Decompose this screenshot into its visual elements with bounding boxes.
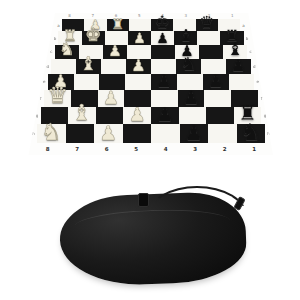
rank-label: 5 (128, 14, 151, 18)
bag-buckle (138, 193, 149, 207)
square: ♜ (220, 31, 243, 44)
square (79, 45, 103, 59)
black-pawn-piece: ♟ (180, 44, 193, 59)
square (204, 90, 231, 107)
black-pawn-piece: ♟ (231, 58, 245, 74)
rank-label: 8 (58, 14, 81, 18)
file-label-left: d (44, 59, 51, 74)
bag-strap (147, 186, 247, 216)
rank-label: 3 (181, 145, 211, 154)
black-pawn-piece: ♟ (208, 73, 223, 90)
rank-label: 5 (122, 145, 152, 154)
black-rook-piece: ♜ (238, 103, 257, 124)
square: ♟ (84, 19, 106, 31)
rank-label: 7 (63, 145, 93, 154)
square (151, 59, 176, 74)
file-label-left: g (34, 107, 41, 125)
square: ♚ (151, 19, 173, 31)
square: ♛ (196, 19, 218, 31)
square (201, 59, 226, 74)
square (101, 59, 126, 74)
file-label-right: d (251, 59, 258, 74)
square (206, 107, 234, 125)
black-knight-piece: ♞ (180, 55, 197, 74)
square: ♜ (234, 107, 262, 125)
white-pawn-piece: ♟ (129, 105, 146, 124)
file-label-left: h (30, 124, 37, 143)
black-bishop-piece: ♝ (227, 41, 243, 58)
square: ♟ (98, 90, 125, 107)
black-rook-piece: ♜ (225, 29, 239, 44)
board-row: c♞♟♟♝c (48, 45, 254, 59)
square (208, 124, 237, 143)
square (66, 124, 95, 143)
rank-label: 3 (174, 14, 197, 18)
rank-label: 6 (92, 145, 122, 154)
square (127, 45, 151, 59)
square (151, 45, 175, 59)
square (229, 74, 255, 90)
square (129, 19, 151, 31)
square: ♞ (55, 45, 79, 59)
square (218, 19, 240, 31)
square: ♟ (94, 124, 123, 143)
square: ♞ (176, 59, 201, 74)
rank-labels-bottom: 87654321 (33, 145, 269, 154)
square: ♟ (151, 31, 174, 44)
rank-label: 7 (81, 14, 104, 18)
black-pawn-piece: ♟ (156, 31, 169, 45)
rank-label: 6 (105, 14, 128, 18)
black-bishop-piece: ♝ (178, 28, 193, 44)
square: ♟ (128, 31, 151, 44)
white-rook-piece: ♜ (111, 17, 124, 31)
black-pawn-piece: ♟ (185, 123, 203, 143)
white-rook-piece: ♜ (63, 29, 77, 44)
square (41, 107, 69, 125)
square: ♟ (126, 59, 151, 74)
square (151, 124, 180, 143)
white-pawn-piece: ♟ (131, 58, 145, 74)
white-pawn-piece: ♟ (108, 44, 121, 59)
file-label-left: b (51, 31, 58, 44)
rank-label: 1 (221, 14, 244, 18)
square (99, 74, 125, 90)
white-knight-piece: ♞ (59, 41, 75, 58)
black-pawn-piece: ♟ (183, 89, 199, 107)
square (231, 90, 258, 107)
square (105, 31, 128, 44)
square (71, 90, 98, 107)
file-label-right: h (265, 124, 272, 143)
board-row: g♝♟♟♜g (34, 107, 269, 125)
rank-label: 1 (240, 145, 270, 154)
square: ♞ (237, 124, 266, 143)
rank-label: 2 (210, 145, 240, 154)
white-pawn-piece: ♟ (103, 89, 119, 107)
file-label-right: g (261, 107, 268, 125)
white-pawn-piece: ♟ (90, 18, 102, 31)
square: ♟ (48, 74, 74, 90)
board-row: e♟♟♟e (41, 74, 262, 90)
file-label-left: a (55, 19, 62, 31)
file-label-right: c (247, 45, 254, 59)
square (62, 19, 84, 31)
file-label-right: e (254, 74, 261, 90)
square: ♜ (107, 19, 129, 31)
square: ♜ (58, 31, 81, 44)
white-pawn-piece: ♟ (99, 123, 117, 143)
file-label-right: a (240, 19, 247, 31)
rank-label: 8 (33, 145, 63, 154)
board-row: b♜♚♟♟♝♜b (51, 31, 250, 44)
board-squares: a♟♜♚♛ab♜♚♟♟♝♜bc♞♟♟♝cd♝♟♞♟de♟♟♟ef♛♟♟fg♝♟♟… (27, 19, 275, 143)
square: ♝ (223, 45, 247, 59)
square (125, 74, 151, 90)
square (199, 45, 223, 59)
square: ♟ (151, 74, 177, 90)
rank-label: 4 (151, 14, 174, 18)
file-label-left: c (48, 45, 55, 59)
square: ♟ (226, 59, 251, 74)
black-pawn-piece: ♟ (156, 73, 171, 90)
black-pawn-piece: ♟ (156, 105, 173, 124)
square (151, 90, 178, 107)
square (74, 74, 100, 90)
file-label-right: f (258, 90, 265, 107)
square (173, 19, 195, 31)
square: ♟ (103, 45, 127, 59)
square: ♟ (180, 124, 209, 143)
board-row: h♞♟♟♞h (30, 124, 272, 143)
square: ♝ (174, 31, 197, 44)
square: ♟ (123, 107, 151, 125)
square: ♚ (82, 31, 105, 44)
product-photo: { "game": "chess", "position": { "fen": … (0, 0, 300, 300)
square: ♝ (68, 107, 96, 125)
chess-board: 87654321 a♟♜♚♛ab♜♚♟♟♝♜bc♞♟♟♝cd♝♟♞♟de♟♟♟e… (27, 13, 275, 155)
square: ♞ (37, 124, 66, 143)
square: ♟ (178, 90, 205, 107)
square (179, 107, 207, 125)
file-label-left: f (37, 90, 44, 107)
square (177, 74, 203, 90)
square (51, 59, 76, 74)
square: ♟ (151, 107, 179, 125)
square: ♟ (175, 45, 199, 59)
square: ♟ (203, 74, 229, 90)
white-bishop-piece: ♝ (80, 55, 97, 74)
square (123, 124, 152, 143)
square: ♛ (44, 90, 71, 107)
rank-label: 4 (151, 145, 181, 154)
white-pawn-piece: ♟ (133, 31, 146, 45)
square (96, 107, 124, 125)
board-row: f♛♟♟f (37, 90, 265, 107)
rank-labels-top: 87654321 (58, 14, 244, 18)
rank-label: 2 (198, 14, 221, 18)
board-row: d♝♟♞♟d (44, 59, 257, 74)
file-label-right: b (244, 31, 251, 44)
square (197, 31, 220, 44)
board-row: a♟♜♚♛a (55, 19, 247, 31)
white-pawn-piece: ♟ (53, 73, 68, 90)
file-label-left: e (41, 74, 48, 90)
square (124, 90, 151, 107)
square: ♝ (76, 59, 101, 74)
